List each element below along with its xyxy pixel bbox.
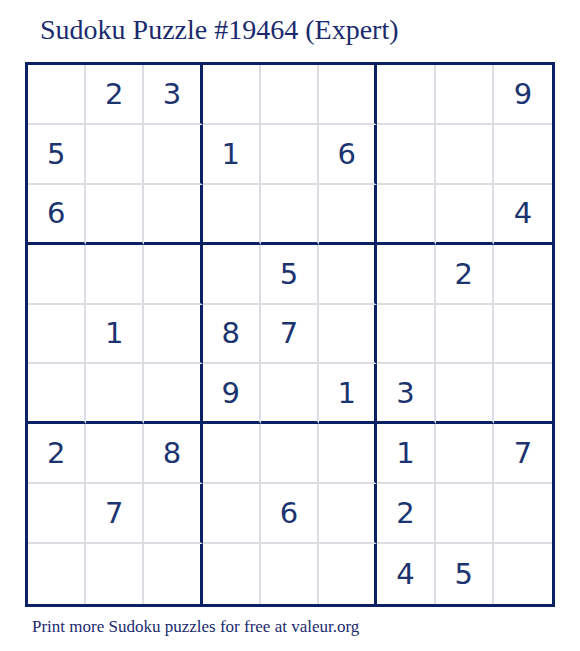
sudoku-cell-r2c6: 6 — [319, 125, 377, 185]
sudoku-cell-r6c9 — [494, 364, 552, 424]
sudoku-cell-r4c8: 2 — [436, 245, 494, 305]
sudoku-cell-r5c6 — [319, 305, 377, 365]
sudoku-cell-r6c5 — [261, 364, 319, 424]
sudoku-cell-r1c8 — [436, 65, 494, 125]
sudoku-cell-r1c1 — [28, 65, 86, 125]
sudoku-cell-r6c7: 3 — [377, 364, 435, 424]
sudoku-cell-r2c9 — [494, 125, 552, 185]
sudoku-cell-r9c9 — [494, 544, 552, 604]
sudoku-cell-r3c6 — [319, 185, 377, 245]
sudoku-cell-r8c5: 6 — [261, 484, 319, 544]
sudoku-cell-r7c8 — [436, 424, 494, 484]
sudoku-cell-r8c4 — [203, 484, 261, 544]
sudoku-cell-r6c3 — [144, 364, 202, 424]
sudoku-cell-r8c8 — [436, 484, 494, 544]
sudoku-cell-r3c5 — [261, 185, 319, 245]
sudoku-cell-r7c4 — [203, 424, 261, 484]
sudoku-cell-r6c2 — [86, 364, 144, 424]
sudoku-cell-r2c7 — [377, 125, 435, 185]
sudoku-cell-r4c4 — [203, 245, 261, 305]
sudoku-cell-r6c8 — [436, 364, 494, 424]
sudoku-cell-r1c9: 9 — [494, 65, 552, 125]
sudoku-cell-r1c5 — [261, 65, 319, 125]
sudoku-cell-r2c3 — [144, 125, 202, 185]
footer-text: Print more Sudoku puzzles for free at va… — [32, 615, 359, 638]
page-title: Sudoku Puzzle #19464 (Expert) — [40, 13, 399, 47]
sudoku-cell-r9c8: 5 — [436, 544, 494, 604]
sudoku-cell-r4c3 — [144, 245, 202, 305]
sudoku-cell-r8c6 — [319, 484, 377, 544]
sudoku-cell-r7c7: 1 — [377, 424, 435, 484]
sudoku-cell-r7c1: 2 — [28, 424, 86, 484]
sudoku-cell-r4c1 — [28, 245, 86, 305]
sudoku-cell-r4c9 — [494, 245, 552, 305]
sudoku-cell-r1c6 — [319, 65, 377, 125]
sudoku-cell-r5c7 — [377, 305, 435, 365]
sudoku-cell-r5c3 — [144, 305, 202, 365]
sudoku-cell-r7c9: 7 — [494, 424, 552, 484]
sudoku-cell-r2c1: 5 — [28, 125, 86, 185]
sudoku-cell-r2c2 — [86, 125, 144, 185]
sudoku-cell-r1c7 — [377, 65, 435, 125]
sudoku-cell-r9c1 — [28, 544, 86, 604]
sudoku-cell-r4c6 — [319, 245, 377, 305]
sudoku-cell-r5c5: 7 — [261, 305, 319, 365]
sudoku-cell-r5c9 — [494, 305, 552, 365]
sudoku-cell-r3c2 — [86, 185, 144, 245]
sudoku-cell-r4c5: 5 — [261, 245, 319, 305]
sudoku-cell-r3c8 — [436, 185, 494, 245]
sudoku-cell-r9c6 — [319, 544, 377, 604]
sudoku-cell-r8c2: 7 — [86, 484, 144, 544]
sudoku-cell-r9c7: 4 — [377, 544, 435, 604]
sudoku-board: 2395166452187913281776245 — [25, 62, 555, 607]
sudoku-cell-r9c3 — [144, 544, 202, 604]
sudoku-cell-r5c8 — [436, 305, 494, 365]
sudoku-cell-r9c4 — [203, 544, 261, 604]
sudoku-cell-r9c2 — [86, 544, 144, 604]
sudoku-cell-r3c1: 6 — [28, 185, 86, 245]
sudoku-cell-r3c9: 4 — [494, 185, 552, 245]
sudoku-cell-r3c4 — [203, 185, 261, 245]
sudoku-cell-r7c2 — [86, 424, 144, 484]
sudoku-page: Sudoku Puzzle #19464 (Expert) 2395166452… — [0, 0, 580, 651]
sudoku-cell-r7c3: 8 — [144, 424, 202, 484]
sudoku-cell-r9c5 — [261, 544, 319, 604]
sudoku-cell-r7c5 — [261, 424, 319, 484]
sudoku-cell-r1c3: 3 — [144, 65, 202, 125]
sudoku-cell-r5c4: 8 — [203, 305, 261, 365]
sudoku-cell-r1c4 — [203, 65, 261, 125]
sudoku-cell-r6c4: 9 — [203, 364, 261, 424]
sudoku-cell-r6c6: 1 — [319, 364, 377, 424]
sudoku-cell-r3c7 — [377, 185, 435, 245]
sudoku-cell-r2c4: 1 — [203, 125, 261, 185]
sudoku-cell-r8c1 — [28, 484, 86, 544]
sudoku-cell-r1c2: 2 — [86, 65, 144, 125]
sudoku-cell-r6c1 — [28, 364, 86, 424]
sudoku-cell-r8c3 — [144, 484, 202, 544]
sudoku-cell-r3c3 — [144, 185, 202, 245]
sudoku-cell-r5c2: 1 — [86, 305, 144, 365]
sudoku-cell-r2c8 — [436, 125, 494, 185]
sudoku-cell-r4c2 — [86, 245, 144, 305]
sudoku-cell-r7c6 — [319, 424, 377, 484]
sudoku-cell-r4c7 — [377, 245, 435, 305]
sudoku-cell-r8c7: 2 — [377, 484, 435, 544]
sudoku-cell-r5c1 — [28, 305, 86, 365]
sudoku-cell-r8c9 — [494, 484, 552, 544]
sudoku-cell-r2c5 — [261, 125, 319, 185]
